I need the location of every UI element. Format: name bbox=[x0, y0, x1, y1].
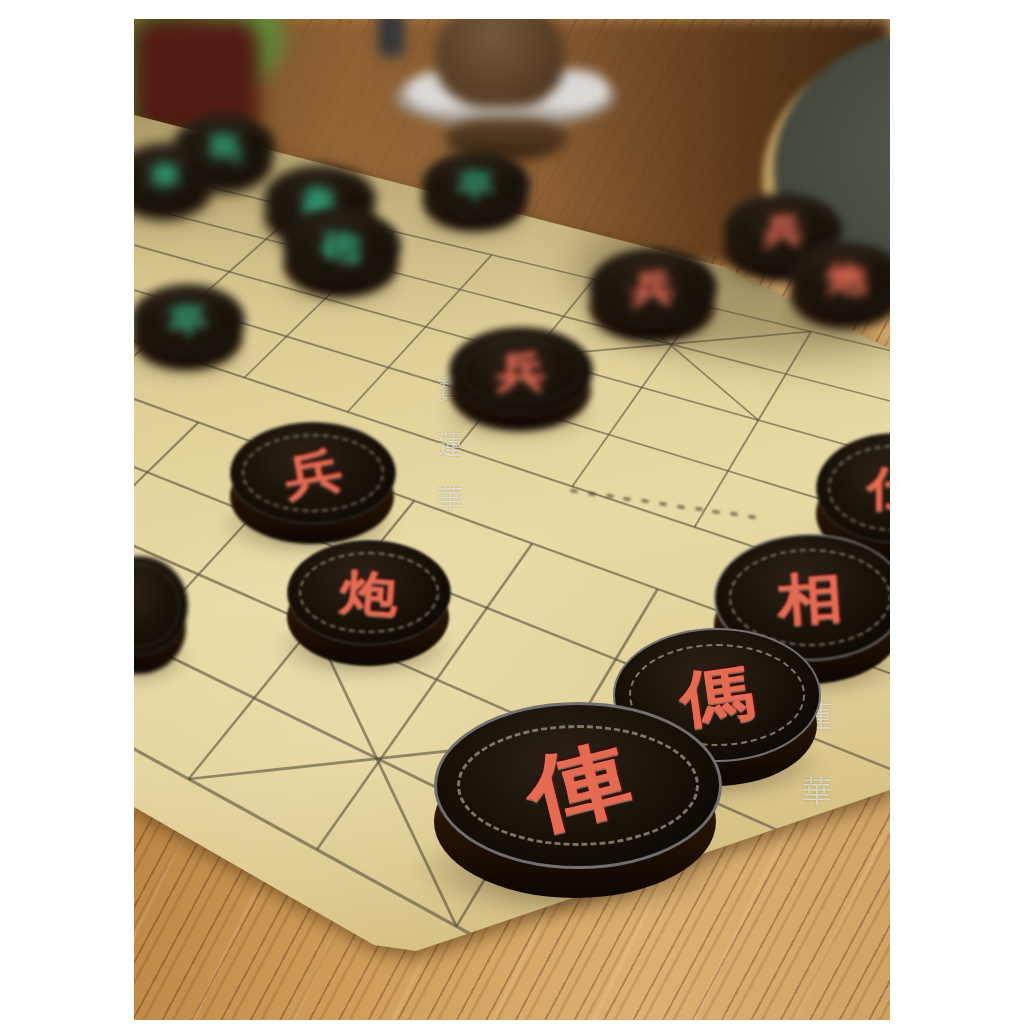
piece-glyph-green-cannon: 砲 bbox=[320, 228, 363, 265]
piece-face: 砲 bbox=[283, 209, 401, 283]
piece-face: 俥 bbox=[434, 702, 722, 869]
piece-glyph-green-soldier-a: 卒 bbox=[457, 169, 495, 200]
piece-glyph-green-soldier-b: 卒 bbox=[166, 302, 209, 339]
piece-face: 卒 bbox=[134, 284, 245, 357]
piece-red-cannon-right: 炮 bbox=[790, 242, 890, 328]
piece-glyph-red-elephant: 相 bbox=[775, 568, 845, 627]
pieces-layer: 俥傌相仕炮兵兵兵兵炮卒砲象馬車卒 bbox=[134, 19, 890, 1020]
piece-red-chariot: 俥 bbox=[434, 702, 716, 898]
piece-glyph-red-cannon-left: 炮 bbox=[338, 567, 399, 618]
piece-red-piece-edge-cut bbox=[134, 556, 186, 674]
piece-face: 兵 bbox=[449, 327, 593, 414]
product-photo: 俥傌相仕炮兵兵兵兵炮卒砲象馬車卒 寶蓮華寶蓮華 bbox=[134, 19, 890, 1020]
piece-glyph-red-soldier-c: 兵 bbox=[631, 269, 675, 305]
piece-glyph-green-chariot: 車 bbox=[148, 161, 182, 189]
piece-glyph-red-cannon-right: 炮 bbox=[827, 262, 867, 295]
piece-glyph-red-chariot: 俥 bbox=[518, 732, 637, 838]
greek-key-ring bbox=[134, 564, 180, 647]
screenshot-canvas: 俥傌相仕炮兵兵兵兵炮卒砲象馬車卒 寶蓮華寶蓮華 bbox=[0, 0, 1024, 1024]
piece-green-soldier-a: 卒 bbox=[422, 151, 528, 231]
piece-green-soldier-b: 卒 bbox=[134, 284, 243, 370]
piece-face: 兵 bbox=[230, 422, 396, 524]
piece-glyph-red-advisor: 仕 bbox=[867, 465, 890, 511]
piece-red-cannon-left: 炮 bbox=[287, 540, 449, 666]
piece-red-soldier-b: 兵 bbox=[449, 327, 591, 431]
piece-red-soldier-a: 兵 bbox=[230, 422, 394, 544]
piece-red-soldier-c: 兵 bbox=[589, 248, 715, 342]
piece-face: 兵 bbox=[589, 248, 717, 327]
piece-green-cannon: 砲 bbox=[283, 209, 399, 297]
piece-green-chariot: 車 bbox=[134, 143, 212, 219]
piece-face: 卒 bbox=[422, 151, 530, 219]
piece-face: 炮 bbox=[287, 540, 451, 645]
piece-glyph-red-soldier-a: 兵 bbox=[280, 445, 345, 502]
piece-glyph-red-soldier-b: 兵 bbox=[496, 350, 546, 391]
piece-face: 炮 bbox=[790, 242, 890, 315]
